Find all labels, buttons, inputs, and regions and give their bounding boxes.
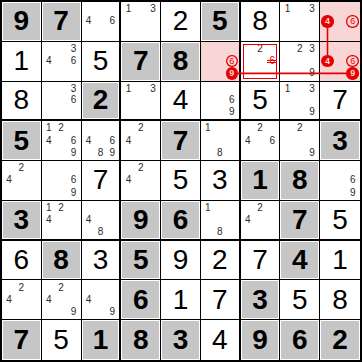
empty-candidate-slot xyxy=(214,135,226,147)
candidate-6[interactable]: 6 xyxy=(226,94,238,106)
empty-candidate-slot xyxy=(321,174,334,186)
empty-candidate-slot xyxy=(147,106,159,118)
candidate-4[interactable]: 4 xyxy=(83,294,95,306)
empty-candidate-slot xyxy=(266,147,278,159)
empty-candidate-slot xyxy=(15,294,27,306)
cell-r3c2[interactable]: 36 xyxy=(42,82,82,122)
candidate-4[interactable]: 4 xyxy=(122,135,134,147)
cell-r6c8[interactable]: 7 xyxy=(280,201,320,241)
candidate-4[interactable]: 4 xyxy=(242,135,254,147)
cell-r9c6[interactable]: 4 xyxy=(201,320,241,360)
empty-candidate-slot xyxy=(321,162,334,174)
candidate-2[interactable]: 2 xyxy=(15,162,27,174)
candidates: 36 xyxy=(43,83,80,119)
cell-r2c2[interactable]: 346 xyxy=(42,42,82,82)
candidate-4[interactable]: 4 xyxy=(321,15,334,27)
cell-r5c1[interactable]: 24 xyxy=(2,161,42,201)
cell-r5c5[interactable]: 5 xyxy=(161,161,201,201)
given-digit: 9 xyxy=(133,206,149,234)
cell-r2c7[interactable]: 26 xyxy=(241,42,281,82)
empty-candidate-slot xyxy=(43,83,55,95)
empty-candidate-slot xyxy=(147,94,159,106)
candidates: 13 xyxy=(281,3,318,40)
cell-r6c9[interactable]: 5 xyxy=(320,201,360,241)
empty-candidate-slot xyxy=(214,67,226,79)
cell-r3c8[interactable]: 139 xyxy=(280,82,320,122)
empty-candidate-slot xyxy=(321,43,334,55)
cell-r4c1[interactable]: 5 xyxy=(2,121,42,161)
candidate-8[interactable]: 8 xyxy=(94,147,106,159)
cell-r7c4[interactable]: 5 xyxy=(121,241,161,281)
empty-candidate-slot xyxy=(83,28,95,40)
empty-candidate-slot xyxy=(106,3,118,15)
empty-candidate-slot xyxy=(242,43,254,55)
cell-r5c9[interactable]: 69 xyxy=(320,161,360,201)
empty-candidate-slot xyxy=(266,202,278,214)
candidate-3[interactable]: 3 xyxy=(147,83,159,95)
empty-candidate-slot xyxy=(334,43,347,55)
empty-candidate-slot xyxy=(122,147,134,159)
candidate-9[interactable]: 9 xyxy=(67,187,79,199)
cell-r3c1[interactable]: 8 xyxy=(2,82,42,122)
cell-r9c5[interactable]: 3 xyxy=(161,320,201,360)
cell-r3c6[interactable]: 69 xyxy=(201,82,241,122)
cell-r6c7[interactable]: 24 xyxy=(241,201,281,241)
candidate-2[interactable]: 2 xyxy=(55,281,67,293)
candidate-3[interactable]: 3 xyxy=(306,3,318,15)
empty-candidate-slot xyxy=(202,67,214,79)
candidate-9[interactable]: 9 xyxy=(106,147,118,159)
cell-r4c6[interactable]: 18 xyxy=(201,121,241,161)
empty-candidate-slot xyxy=(122,94,134,106)
cell-r8c7[interactable]: 3 xyxy=(241,280,281,320)
cell-r1c5[interactable]: 2 xyxy=(161,2,201,42)
candidate-4[interactable]: 4 xyxy=(83,214,95,226)
empty-candidate-slot xyxy=(266,226,278,238)
candidate-3[interactable]: 3 xyxy=(306,43,318,55)
cell-r3c7[interactable]: 5 xyxy=(241,82,281,122)
cell-r7c3[interactable]: 3 xyxy=(82,241,122,281)
candidates: 69 xyxy=(202,83,238,119)
cell-r1c7[interactable]: 8 xyxy=(241,2,281,42)
empty-candidate-slot xyxy=(3,281,15,293)
empty-candidate-slot xyxy=(147,147,159,159)
candidate-4[interactable]: 4 xyxy=(43,55,55,67)
empty-candidate-slot xyxy=(306,55,318,67)
solved-digit: 7 xyxy=(93,166,109,194)
empty-candidate-slot xyxy=(15,174,27,186)
empty-candidate-slot xyxy=(122,15,134,27)
candidate-2[interactable]: 2 xyxy=(254,43,266,55)
empty-candidate-slot xyxy=(294,106,306,118)
empty-candidate-slot xyxy=(147,174,159,186)
empty-candidate-slot xyxy=(55,135,67,147)
cell-r7c6[interactable]: 2 xyxy=(201,241,241,281)
candidate-9[interactable]: 9 xyxy=(67,147,79,159)
empty-candidate-slot xyxy=(55,226,67,238)
empty-candidate-slot xyxy=(3,187,15,199)
cell-r5c6[interactable]: 3 xyxy=(201,161,241,201)
cell-r1c8[interactable]: 13 xyxy=(280,2,320,42)
empty-candidate-slot xyxy=(106,226,118,238)
solved-digit: 7 xyxy=(212,286,228,314)
empty-candidate-slot xyxy=(3,306,15,318)
cell-r6c3[interactable]: 48 xyxy=(82,201,122,241)
cell-r2c6[interactable]: 69 xyxy=(201,42,241,82)
candidate-6[interactable]: 6 xyxy=(266,55,278,67)
cell-r2c1[interactable]: 1 xyxy=(2,42,42,82)
solved-digit: 7 xyxy=(252,246,268,274)
empty-candidate-slot xyxy=(321,187,334,199)
candidate-6[interactable]: 6 xyxy=(67,135,79,147)
cell-r9c2[interactable]: 5 xyxy=(42,320,82,360)
candidate-9[interactable]: 9 xyxy=(226,106,238,118)
given-digit: 9 xyxy=(14,7,30,35)
cell-r5c4[interactable]: 24 xyxy=(121,161,161,201)
cell-r1c2[interactable]: 7 xyxy=(42,2,82,42)
cell-r6c6[interactable]: 18 xyxy=(201,201,241,241)
cell-r1c6[interactable]: 5 xyxy=(201,2,241,42)
cell-r3c9[interactable]: 7 xyxy=(320,82,360,122)
candidate-2[interactable]: 2 xyxy=(294,122,306,134)
candidates: 124 xyxy=(43,202,80,238)
empty-candidate-slot xyxy=(334,55,347,67)
cell-r8c1[interactable]: 24 xyxy=(2,280,42,320)
empty-candidate-slot xyxy=(266,43,278,55)
cell-r8c4[interactable]: 6 xyxy=(121,280,161,320)
cell-r4c7[interactable]: 246 xyxy=(241,121,281,161)
cell-r3c4[interactable]: 13 xyxy=(121,82,161,122)
cell-r2c3[interactable]: 5 xyxy=(82,42,122,82)
empty-candidate-slot xyxy=(106,202,118,214)
candidate-2[interactable]: 2 xyxy=(254,202,266,214)
empty-candidate-slot xyxy=(43,106,55,118)
solved-digit: 3 xyxy=(93,246,109,274)
candidates: 13 xyxy=(122,3,159,40)
cell-r4c9[interactable]: 3 xyxy=(320,121,360,161)
candidates: 4689 xyxy=(83,122,119,159)
candidate-6[interactable]: 6 xyxy=(346,55,359,67)
empty-candidate-slot xyxy=(94,28,106,40)
empty-candidate-slot xyxy=(254,67,266,79)
candidate-3[interactable]: 3 xyxy=(306,83,318,95)
given-digit: 7 xyxy=(133,47,149,75)
empty-candidate-slot xyxy=(202,94,214,106)
empty-candidate-slot xyxy=(106,28,118,40)
empty-candidate-slot xyxy=(43,187,55,199)
cell-r7c7[interactable]: 7 xyxy=(241,241,281,281)
cell-r3c5[interactable]: 4 xyxy=(161,82,201,122)
solved-digit: 9 xyxy=(173,246,189,274)
candidate-6[interactable]: 6 xyxy=(266,135,278,147)
cell-r1c1[interactable]: 9 xyxy=(2,2,42,42)
candidate-2[interactable]: 2 xyxy=(55,202,67,214)
candidates: 24 xyxy=(3,281,40,318)
cell-r9c7[interactable]: 9 xyxy=(241,320,281,360)
empty-candidate-slot xyxy=(242,67,254,79)
candidates: 24 xyxy=(122,122,159,159)
candidate-9[interactable]: 9 xyxy=(67,306,79,318)
cell-r8c3[interactable]: 49 xyxy=(82,280,122,320)
cell-r1c3[interactable]: 46 xyxy=(82,2,122,42)
empty-candidate-slot xyxy=(135,106,147,118)
empty-candidate-slot xyxy=(55,55,67,67)
candidate-2[interactable]: 2 xyxy=(294,43,306,55)
candidate-4[interactable]: 4 xyxy=(83,15,95,27)
candidates: 12469 xyxy=(43,122,80,159)
empty-candidate-slot xyxy=(106,214,118,226)
empty-candidate-slot xyxy=(281,28,293,40)
cell-r2c8[interactable]: 239 xyxy=(280,42,320,82)
solved-digit: 4 xyxy=(212,326,228,354)
candidate-1[interactable]: 1 xyxy=(281,3,293,15)
solved-digit: 4 xyxy=(173,86,189,114)
cell-r7c8[interactable]: 4 xyxy=(280,241,320,281)
cell-r7c5[interactable]: 9 xyxy=(161,241,201,281)
empty-candidate-slot xyxy=(43,67,55,79)
empty-candidate-slot xyxy=(3,162,15,174)
sudoku-board: 9746132581346134657869262394698362134695… xyxy=(0,0,362,362)
given-digit: 7 xyxy=(14,326,30,354)
empty-candidate-slot xyxy=(281,106,293,118)
cell-r4c3[interactable]: 4689 xyxy=(82,121,122,161)
cell-r7c9[interactable]: 1 xyxy=(320,241,360,281)
empty-candidate-slot xyxy=(281,135,293,147)
candidates: 49 xyxy=(83,281,119,318)
cell-r9c1[interactable]: 7 xyxy=(2,320,42,360)
given-digit: 6 xyxy=(292,326,308,354)
empty-candidate-slot xyxy=(202,106,214,118)
candidate-2[interactable]: 2 xyxy=(15,281,27,293)
candidate-4[interactable]: 4 xyxy=(43,135,55,147)
empty-candidate-slot xyxy=(226,147,238,159)
empty-candidate-slot xyxy=(94,281,106,293)
empty-candidate-slot xyxy=(43,281,55,293)
empty-candidate-slot xyxy=(147,122,159,134)
cell-r1c9[interactable]: 46 xyxy=(320,2,360,42)
empty-candidate-slot xyxy=(83,306,95,318)
candidate-1[interactable]: 1 xyxy=(202,202,214,214)
empty-candidate-slot xyxy=(334,187,347,199)
candidates: 26 xyxy=(242,43,279,80)
empty-candidate-slot xyxy=(266,67,278,79)
cell-r4c4[interactable]: 24 xyxy=(121,121,161,161)
cell-r5c8[interactable]: 8 xyxy=(280,161,320,201)
candidate-6[interactable]: 6 xyxy=(226,55,238,67)
candidate-4[interactable]: 4 xyxy=(242,214,254,226)
empty-candidate-slot xyxy=(202,147,214,159)
empty-candidate-slot xyxy=(55,83,67,95)
empty-candidate-slot xyxy=(281,147,293,159)
empty-candidate-slot xyxy=(135,187,147,199)
candidate-4[interactable]: 4 xyxy=(3,294,15,306)
candidate-1[interactable]: 1 xyxy=(122,83,134,95)
empty-candidate-slot xyxy=(106,281,118,293)
candidates: 18 xyxy=(202,202,238,238)
candidate-8[interactable]: 8 xyxy=(214,226,226,238)
given-digit: 4 xyxy=(292,246,308,274)
candidate-6[interactable]: 6 xyxy=(346,15,359,27)
empty-candidate-slot xyxy=(202,135,214,147)
candidates: 139 xyxy=(281,83,318,119)
cell-r5c3[interactable]: 7 xyxy=(82,161,122,201)
empty-candidate-slot xyxy=(43,43,55,55)
candidate-4[interactable]: 4 xyxy=(321,55,334,67)
empty-candidate-slot xyxy=(214,83,226,95)
empty-candidate-slot xyxy=(147,28,159,40)
candidate-1[interactable]: 1 xyxy=(122,3,134,15)
empty-candidate-slot xyxy=(242,147,254,159)
candidate-4[interactable]: 4 xyxy=(43,294,55,306)
empty-candidate-slot xyxy=(83,202,95,214)
candidate-9[interactable]: 9 xyxy=(306,67,318,79)
cell-r4c5[interactable]: 7 xyxy=(161,121,201,161)
empty-candidate-slot xyxy=(214,106,226,118)
empty-candidate-slot xyxy=(67,202,79,214)
candidate-4[interactable]: 4 xyxy=(122,174,134,186)
candidate-3[interactable]: 3 xyxy=(67,43,79,55)
solved-digit: 1 xyxy=(14,47,30,75)
cell-r6c2[interactable]: 124 xyxy=(42,201,82,241)
cell-r6c5[interactable]: 6 xyxy=(161,201,201,241)
candidate-2[interactable]: 2 xyxy=(135,122,147,134)
cell-r7c1[interactable]: 6 xyxy=(2,241,42,281)
solved-digit: 3 xyxy=(212,166,228,194)
candidate-6[interactable]: 6 xyxy=(67,55,79,67)
cell-r4c2[interactable]: 12469 xyxy=(42,121,82,161)
candidate-9[interactable]: 9 xyxy=(306,106,318,118)
cell-r9c9[interactable]: 2 xyxy=(320,320,360,360)
cell-r7c2[interactable]: 8 xyxy=(42,241,82,281)
empty-candidate-slot xyxy=(43,226,55,238)
empty-candidate-slot xyxy=(147,187,159,199)
empty-candidate-slot xyxy=(55,67,67,79)
empty-candidate-slot xyxy=(202,226,214,238)
empty-candidate-slot xyxy=(147,162,159,174)
cell-r8c9[interactable]: 8 xyxy=(320,280,360,320)
given-digit: 1 xyxy=(93,326,109,354)
solved-digit: 7 xyxy=(332,86,348,114)
candidate-9[interactable]: 9 xyxy=(346,187,359,199)
candidate-6[interactable]: 6 xyxy=(67,94,79,106)
candidates: 239 xyxy=(281,43,318,80)
empty-candidate-slot xyxy=(281,94,293,106)
candidates: 29 xyxy=(281,122,318,159)
empty-candidate-slot xyxy=(254,214,266,226)
cell-r8c8[interactable]: 5 xyxy=(280,280,320,320)
empty-candidate-slot xyxy=(214,214,226,226)
cell-r2c4[interactable]: 7 xyxy=(121,42,161,82)
empty-candidate-slot xyxy=(334,3,347,15)
cell-r6c1[interactable]: 3 xyxy=(2,201,42,241)
candidate-6[interactable]: 6 xyxy=(106,135,118,147)
empty-candidate-slot xyxy=(55,187,67,199)
candidate-8[interactable]: 8 xyxy=(214,147,226,159)
empty-candidate-slot xyxy=(226,135,238,147)
candidates: 46 xyxy=(321,3,359,40)
solved-digit: 1 xyxy=(332,246,348,274)
empty-candidate-slot xyxy=(294,135,306,147)
candidate-4[interactable]: 4 xyxy=(43,214,55,226)
empty-candidate-slot xyxy=(294,28,306,40)
empty-candidate-slot xyxy=(55,214,67,226)
solved-digit: 5 xyxy=(93,47,109,75)
candidate-4[interactable]: 4 xyxy=(83,135,95,147)
cell-r3c3[interactable]: 2 xyxy=(82,82,122,122)
cell-r9c8[interactable]: 6 xyxy=(280,320,320,360)
cell-r4c8[interactable]: 29 xyxy=(280,121,320,161)
given-digit: 7 xyxy=(53,7,69,35)
empty-candidate-slot xyxy=(242,55,254,67)
cell-r8c5[interactable]: 1 xyxy=(161,280,201,320)
cell-r5c7[interactable]: 1 xyxy=(241,161,281,201)
cell-r2c5[interactable]: 8 xyxy=(161,42,201,82)
candidates: 69 xyxy=(321,162,359,199)
candidate-1[interactable]: 1 xyxy=(281,83,293,95)
empty-candidate-slot xyxy=(135,94,147,106)
cell-r2c9[interactable]: 469 xyxy=(320,42,360,82)
candidate-8[interactable]: 8 xyxy=(94,226,106,238)
candidate-1[interactable]: 1 xyxy=(202,122,214,134)
given-digit: 2 xyxy=(93,86,109,114)
given-digit: 6 xyxy=(173,206,189,234)
empty-candidate-slot xyxy=(106,122,118,134)
candidate-9[interactable]: 9 xyxy=(226,67,238,79)
cell-r9c3[interactable]: 1 xyxy=(82,320,122,360)
candidates: 69 xyxy=(202,43,238,80)
candidate-9[interactable]: 9 xyxy=(106,306,118,318)
empty-candidate-slot xyxy=(28,162,40,174)
candidate-1[interactable]: 1 xyxy=(43,202,55,214)
cell-r8c2[interactable]: 249 xyxy=(42,280,82,320)
empty-candidate-slot xyxy=(83,147,95,159)
cell-r5c2[interactable]: 69 xyxy=(42,161,82,201)
candidate-9[interactable]: 9 xyxy=(306,147,318,159)
empty-candidate-slot xyxy=(83,3,95,15)
empty-candidate-slot xyxy=(122,122,134,134)
empty-candidate-slot xyxy=(43,306,55,318)
candidate-3[interactable]: 3 xyxy=(67,83,79,95)
candidate-2[interactable]: 2 xyxy=(135,162,147,174)
candidate-4[interactable]: 4 xyxy=(3,174,15,186)
candidate-6[interactable]: 6 xyxy=(67,174,79,186)
cell-r6c4[interactable]: 9 xyxy=(121,201,161,241)
empty-candidate-slot xyxy=(94,214,106,226)
empty-candidate-slot xyxy=(226,43,238,55)
candidate-2[interactable]: 2 xyxy=(55,122,67,134)
candidate-3[interactable]: 3 xyxy=(147,3,159,15)
solved-digit: 5 xyxy=(252,86,268,114)
empty-candidate-slot xyxy=(94,306,106,318)
cell-r1c4[interactable]: 13 xyxy=(121,2,161,42)
empty-candidate-slot xyxy=(346,43,359,55)
candidate-6[interactable]: 6 xyxy=(346,174,359,186)
cell-r9c4[interactable]: 8 xyxy=(121,320,161,360)
empty-candidate-slot xyxy=(281,55,293,67)
empty-candidate-slot xyxy=(67,162,79,174)
candidates: 346 xyxy=(43,43,80,80)
empty-candidate-slot xyxy=(254,226,266,238)
candidate-9[interactable]: 9 xyxy=(346,67,359,79)
cell-r8c6[interactable]: 7 xyxy=(201,280,241,320)
empty-candidate-slot xyxy=(67,281,79,293)
candidate-2[interactable]: 2 xyxy=(254,122,266,134)
candidate-1[interactable]: 1 xyxy=(43,122,55,134)
empty-candidate-slot xyxy=(306,135,318,147)
solved-digit: 1 xyxy=(173,286,189,314)
candidate-6[interactable]: 6 xyxy=(106,15,118,27)
empty-candidate-slot xyxy=(135,83,147,95)
